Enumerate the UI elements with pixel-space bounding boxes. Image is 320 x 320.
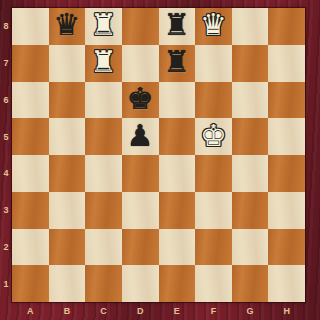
square-f7[interactable] [195, 45, 232, 82]
square-e8[interactable]: ♜ [159, 8, 196, 45]
rank-label-8: 8 [0, 8, 12, 45]
square-b7[interactable] [49, 45, 86, 82]
square-g3[interactable] [232, 192, 269, 229]
square-d8[interactable] [122, 8, 159, 45]
square-c4[interactable] [85, 155, 122, 192]
file-label-d: D [122, 302, 159, 320]
square-g5[interactable] [232, 118, 269, 155]
square-c5[interactable] [85, 118, 122, 155]
square-a8[interactable] [12, 8, 49, 45]
square-d3[interactable] [122, 192, 159, 229]
rank-label-6: 6 [0, 82, 12, 119]
square-f8[interactable]: ♛ [195, 8, 232, 45]
square-d4[interactable] [122, 155, 159, 192]
square-c6[interactable] [85, 82, 122, 119]
square-h1[interactable] [268, 265, 305, 302]
rank-labels: 87654321 [0, 8, 12, 302]
chess-board-frame: ♛♜♜♛♜♜♚♟♚ 87654321 ABCDEFGH [0, 0, 320, 320]
square-b4[interactable] [49, 155, 86, 192]
square-b5[interactable] [49, 118, 86, 155]
file-label-f: F [195, 302, 232, 320]
piece-black-pawn-d5[interactable]: ♟ [127, 121, 154, 151]
piece-black-queen-b8[interactable]: ♛ [53, 10, 80, 40]
square-g4[interactable] [232, 155, 269, 192]
square-e4[interactable] [159, 155, 196, 192]
square-c7[interactable]: ♜ [85, 45, 122, 82]
square-c2[interactable] [85, 229, 122, 266]
square-f6[interactable] [195, 82, 232, 119]
rank-label-2: 2 [0, 229, 12, 266]
square-h4[interactable] [268, 155, 305, 192]
file-label-a: A [12, 302, 49, 320]
piece-white-queen-f8[interactable]: ♛ [200, 10, 227, 40]
square-g1[interactable] [232, 265, 269, 302]
square-h6[interactable] [268, 82, 305, 119]
square-c8[interactable]: ♜ [85, 8, 122, 45]
square-e7[interactable]: ♜ [159, 45, 196, 82]
square-f2[interactable] [195, 229, 232, 266]
file-labels: ABCDEFGH [12, 302, 305, 320]
square-f5[interactable]: ♚ [195, 118, 232, 155]
square-h8[interactable] [268, 8, 305, 45]
square-b1[interactable] [49, 265, 86, 302]
square-h3[interactable] [268, 192, 305, 229]
square-a3[interactable] [12, 192, 49, 229]
square-e2[interactable] [159, 229, 196, 266]
rank-label-3: 3 [0, 192, 12, 229]
square-a1[interactable] [12, 265, 49, 302]
square-b8[interactable]: ♛ [49, 8, 86, 45]
square-e5[interactable] [159, 118, 196, 155]
square-e6[interactable] [159, 82, 196, 119]
square-h7[interactable] [268, 45, 305, 82]
square-d6[interactable]: ♚ [122, 82, 159, 119]
square-g7[interactable] [232, 45, 269, 82]
square-c3[interactable] [85, 192, 122, 229]
square-c1[interactable] [85, 265, 122, 302]
square-a5[interactable] [12, 118, 49, 155]
square-f1[interactable] [195, 265, 232, 302]
square-b6[interactable] [49, 82, 86, 119]
piece-white-king-f5[interactable]: ♚ [200, 121, 227, 151]
file-label-h: H [268, 302, 305, 320]
square-d7[interactable] [122, 45, 159, 82]
square-d1[interactable] [122, 265, 159, 302]
square-g2[interactable] [232, 229, 269, 266]
square-e3[interactable] [159, 192, 196, 229]
square-b2[interactable] [49, 229, 86, 266]
square-h5[interactable] [268, 118, 305, 155]
rank-label-1: 1 [0, 265, 12, 302]
square-a2[interactable] [12, 229, 49, 266]
piece-white-rook-c7[interactable]: ♜ [90, 47, 117, 77]
rank-label-4: 4 [0, 155, 12, 192]
file-label-e: E [159, 302, 196, 320]
square-a7[interactable] [12, 45, 49, 82]
chess-board: ♛♜♜♛♜♜♚♟♚ [12, 8, 305, 302]
square-h2[interactable] [268, 229, 305, 266]
rank-label-7: 7 [0, 45, 12, 82]
square-a6[interactable] [12, 82, 49, 119]
square-f4[interactable] [195, 155, 232, 192]
piece-black-rook-e7[interactable]: ♜ [163, 47, 190, 77]
piece-black-king-d6[interactable]: ♚ [127, 84, 154, 114]
square-d2[interactable] [122, 229, 159, 266]
file-label-c: C [85, 302, 122, 320]
square-d5[interactable]: ♟ [122, 118, 159, 155]
file-label-b: B [49, 302, 86, 320]
square-e1[interactable] [159, 265, 196, 302]
piece-white-rook-c8[interactable]: ♜ [90, 10, 117, 40]
rank-label-5: 5 [0, 118, 12, 155]
piece-black-rook-e8[interactable]: ♜ [163, 10, 190, 40]
square-g8[interactable] [232, 8, 269, 45]
file-label-g: G [232, 302, 269, 320]
square-a4[interactable] [12, 155, 49, 192]
square-b3[interactable] [49, 192, 86, 229]
square-g6[interactable] [232, 82, 269, 119]
square-f3[interactable] [195, 192, 232, 229]
